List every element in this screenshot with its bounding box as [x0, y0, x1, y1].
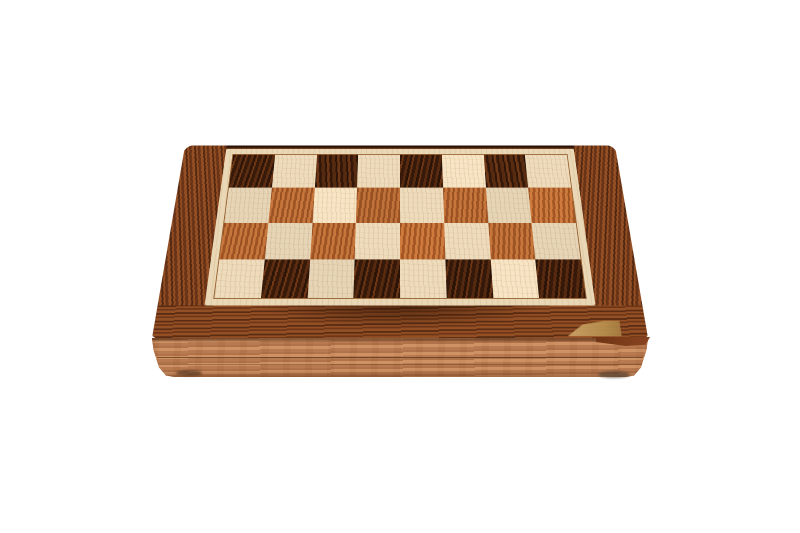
board-square-r1-c4	[357, 155, 400, 188]
box-front-side	[152, 338, 648, 377]
board-square-r4-c4	[354, 259, 400, 298]
board-square-r1-c2	[272, 155, 317, 188]
maple-border	[205, 149, 596, 306]
base-scribe-line	[157, 364, 643, 366]
board-square-r4-c7	[490, 259, 539, 298]
right-corner-shadow-mark	[598, 371, 630, 378]
board-square-r2-c8	[528, 188, 575, 223]
checkerboard	[213, 154, 587, 299]
product-photo-scene	[0, 0, 800, 533]
board-square-r2-c6	[443, 188, 488, 223]
board-square-r3-c3	[310, 223, 356, 260]
board-square-r3-c8	[532, 223, 581, 260]
board-square-r1-c1	[229, 155, 275, 188]
board-square-r3-c5	[400, 223, 445, 260]
board-square-r1-c7	[483, 155, 528, 188]
board-square-r3-c6	[444, 223, 490, 260]
board-square-r2-c1	[224, 188, 271, 223]
board-top-surface	[152, 145, 648, 338]
board-square-r2-c2	[268, 188, 314, 223]
board-square-r3-c4	[355, 223, 400, 260]
board-square-r4-c2	[261, 259, 310, 298]
board-square-r4-c1	[214, 259, 264, 298]
board-square-r3-c1	[219, 223, 268, 260]
board-square-r1-c3	[314, 155, 358, 188]
board-square-r1-c5	[400, 155, 443, 188]
board-square-r4-c5	[400, 259, 446, 298]
board-square-r2-c7	[486, 188, 532, 223]
board-square-r2-c5	[400, 188, 444, 223]
board-square-r1-c6	[442, 155, 486, 188]
board-square-r2-c3	[312, 188, 357, 223]
board-square-r3-c7	[488, 223, 536, 260]
board-square-r4-c3	[307, 259, 355, 298]
left-corner-shadow-mark	[176, 370, 202, 376]
lid-base-seam	[157, 357, 643, 359]
board-square-r3-c2	[265, 223, 313, 260]
board-square-r4-c8	[535, 259, 585, 298]
board-square-r2-c4	[356, 188, 400, 223]
board-square-r4-c6	[445, 259, 493, 298]
board-square-r1-c8	[525, 155, 571, 188]
